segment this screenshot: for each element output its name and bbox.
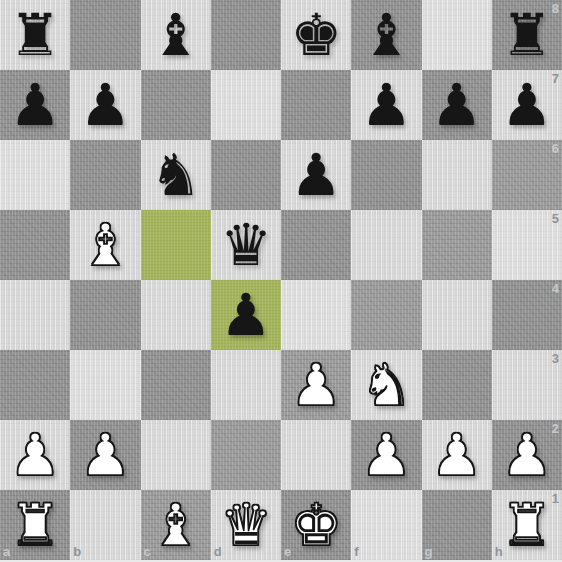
black-pawn[interactable]: ♟ — [290, 146, 342, 204]
white-rook[interactable]: ♜ — [501, 496, 553, 554]
square-e2[interactable] — [281, 420, 351, 490]
white-queen[interactable]: ♛ — [220, 496, 272, 554]
black-queen[interactable]: ♛ — [220, 216, 272, 274]
rank-label-4: 4 — [552, 281, 559, 296]
square-c6[interactable]: ♞ — [141, 140, 211, 210]
square-a6[interactable] — [0, 140, 70, 210]
white-pawn[interactable]: ♟ — [79, 426, 131, 484]
square-c4[interactable] — [141, 280, 211, 350]
square-f6[interactable] — [351, 140, 421, 210]
square-c3[interactable] — [141, 350, 211, 420]
white-bishop[interactable]: ♝ — [150, 496, 202, 554]
square-b6[interactable] — [70, 140, 140, 210]
square-b3[interactable] — [70, 350, 140, 420]
square-g2[interactable]: ♟ — [422, 420, 492, 490]
square-c1[interactable]: c♝ — [141, 490, 211, 560]
square-g5[interactable] — [422, 210, 492, 280]
white-rook[interactable]: ♜ — [9, 496, 61, 554]
square-f1[interactable]: f — [351, 490, 421, 560]
square-b8[interactable] — [70, 0, 140, 70]
square-e5[interactable] — [281, 210, 351, 280]
square-d5[interactable]: ♛ — [211, 210, 281, 280]
white-knight[interactable]: ♞ — [360, 356, 412, 414]
square-g7[interactable]: ♟ — [422, 70, 492, 140]
square-a5[interactable] — [0, 210, 70, 280]
square-d3[interactable] — [211, 350, 281, 420]
square-h7[interactable]: 7♟ — [492, 70, 562, 140]
file-label-f: f — [354, 544, 358, 559]
white-pawn[interactable]: ♟ — [290, 356, 342, 414]
square-h1[interactable]: 1h♜ — [492, 490, 562, 560]
square-f5[interactable] — [351, 210, 421, 280]
square-g4[interactable] — [422, 280, 492, 350]
square-h6[interactable]: 6 — [492, 140, 562, 210]
square-f2[interactable]: ♟ — [351, 420, 421, 490]
square-d6[interactable] — [211, 140, 281, 210]
black-pawn[interactable]: ♟ — [79, 76, 131, 134]
black-rook[interactable]: ♜ — [501, 6, 553, 64]
square-b7[interactable]: ♟ — [70, 70, 140, 140]
white-bishop[interactable]: ♝ — [79, 216, 131, 274]
square-a4[interactable] — [0, 280, 70, 350]
square-f7[interactable]: ♟ — [351, 70, 421, 140]
white-pawn[interactable]: ♟ — [431, 426, 483, 484]
white-pawn[interactable]: ♟ — [360, 426, 412, 484]
square-g1[interactable]: g — [422, 490, 492, 560]
square-b1[interactable]: b — [70, 490, 140, 560]
black-rook[interactable]: ♜ — [9, 6, 61, 64]
square-f4[interactable] — [351, 280, 421, 350]
square-b5[interactable]: ♝ — [70, 210, 140, 280]
black-pawn[interactable]: ♟ — [501, 76, 553, 134]
black-knight[interactable]: ♞ — [150, 146, 202, 204]
black-bishop[interactable]: ♝ — [360, 6, 412, 64]
white-pawn[interactable]: ♟ — [9, 426, 61, 484]
square-g3[interactable] — [422, 350, 492, 420]
square-a2[interactable]: ♟ — [0, 420, 70, 490]
rank-label-5: 5 — [552, 211, 559, 226]
black-pawn[interactable]: ♟ — [9, 76, 61, 134]
black-pawn[interactable]: ♟ — [360, 76, 412, 134]
square-g8[interactable] — [422, 0, 492, 70]
square-b4[interactable] — [70, 280, 140, 350]
black-pawn[interactable]: ♟ — [220, 286, 272, 344]
square-a3[interactable] — [0, 350, 70, 420]
square-c5[interactable] — [141, 210, 211, 280]
square-e8[interactable]: ♚ — [281, 0, 351, 70]
square-d8[interactable] — [211, 0, 281, 70]
square-g6[interactable] — [422, 140, 492, 210]
black-king[interactable]: ♚ — [290, 6, 342, 64]
square-b2[interactable]: ♟ — [70, 420, 140, 490]
square-d4[interactable]: ♟ — [211, 280, 281, 350]
square-a8[interactable]: ♜ — [0, 0, 70, 70]
white-pawn[interactable]: ♟ — [501, 426, 553, 484]
square-e4[interactable] — [281, 280, 351, 350]
square-f3[interactable]: ♞ — [351, 350, 421, 420]
white-king[interactable]: ♚ — [290, 496, 342, 554]
file-label-g: g — [425, 544, 433, 559]
rank-label-6: 6 — [552, 141, 559, 156]
square-c7[interactable] — [141, 70, 211, 140]
square-d2[interactable] — [211, 420, 281, 490]
file-label-b: b — [73, 544, 81, 559]
chess-board: ♜♝♚♝8♜♟♟♟♟7♟♞♟6♝♛5♟4♟♞3♟♟♟♟2♟a♜bc♝d♛e♚fg… — [0, 0, 562, 562]
black-pawn[interactable]: ♟ — [431, 76, 483, 134]
rank-label-3: 3 — [552, 351, 559, 366]
square-e6[interactable]: ♟ — [281, 140, 351, 210]
black-bishop[interactable]: ♝ — [150, 6, 202, 64]
square-h5[interactable]: 5 — [492, 210, 562, 280]
square-h4[interactable]: 4 — [492, 280, 562, 350]
square-d7[interactable] — [211, 70, 281, 140]
square-h3[interactable]: 3 — [492, 350, 562, 420]
square-e1[interactable]: e♚ — [281, 490, 351, 560]
square-d1[interactable]: d♛ — [211, 490, 281, 560]
square-c2[interactable] — [141, 420, 211, 490]
square-a7[interactable]: ♟ — [0, 70, 70, 140]
square-c8[interactable]: ♝ — [141, 0, 211, 70]
square-a1[interactable]: a♜ — [0, 490, 70, 560]
square-h8[interactable]: 8♜ — [492, 0, 562, 70]
square-e7[interactable] — [281, 70, 351, 140]
square-e3[interactable]: ♟ — [281, 350, 351, 420]
square-f8[interactable]: ♝ — [351, 0, 421, 70]
square-h2[interactable]: 2♟ — [492, 420, 562, 490]
